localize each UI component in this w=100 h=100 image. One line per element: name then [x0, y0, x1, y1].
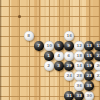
stone-move-number: 6	[68, 54, 71, 58]
white-stone-move-2[interactable]: 2	[44, 61, 53, 70]
stone-move-number: 9	[68, 44, 71, 48]
stone-move-number: 35	[86, 84, 91, 88]
white-stone-move-22[interactable]: 22	[94, 71, 100, 80]
stone-move-number: 33	[76, 94, 81, 98]
grid-line-horizontal	[0, 26, 100, 27]
stone-move-number: 2	[48, 64, 51, 68]
black-stone-move-21[interactable]: 21	[94, 51, 100, 60]
black-stone-move-23[interactable]: 23	[84, 71, 93, 80]
stone-move-number: 22	[96, 74, 100, 78]
black-stone-move-1[interactable]: 1	[44, 51, 53, 60]
stone-move-number: 1	[48, 54, 51, 58]
stone-move-number: 24	[66, 74, 71, 78]
black-stone-move-29[interactable]: 29	[64, 61, 73, 70]
black-stone-move-33[interactable]: 33	[74, 91, 83, 100]
board[interactable]: 1234567891012131415161718192021222324282…	[0, 0, 100, 100]
black-stone-move-15[interactable]: 15	[84, 51, 93, 60]
black-stone-move-5[interactable]: 5	[54, 41, 63, 50]
black-stone-move-35[interactable]: 35	[84, 81, 93, 90]
white-stone-move-6[interactable]: 6	[64, 51, 73, 60]
stone-move-number: 28	[76, 74, 81, 78]
stone-move-number: 13	[86, 44, 91, 48]
grid-line-horizontal	[0, 6, 100, 7]
white-stone-move-18[interactable]: 18	[74, 51, 83, 60]
black-stone-move-31[interactable]: 31	[64, 91, 73, 100]
game-screenshot: 1234567891012131415161718192021222324282…	[0, 0, 100, 100]
stone-move-number: 18	[76, 54, 81, 58]
white-stone-move-10[interactable]: 10	[44, 41, 53, 50]
black-stone-move-19[interactable]: 19	[84, 61, 93, 70]
black-stone-move-13[interactable]: 13	[84, 41, 93, 50]
stone-move-number: 16	[66, 34, 71, 38]
white-stone-move-24[interactable]: 24	[64, 71, 73, 80]
white-stone-move-14[interactable]: 14	[74, 61, 83, 70]
white-stone-move-30[interactable]: 30	[84, 91, 93, 100]
stone-move-number: 36	[76, 84, 81, 88]
stone-move-number: 4	[58, 54, 61, 58]
stone-move-number: 17	[96, 44, 100, 48]
white-stone-move-4[interactable]: 4	[54, 51, 63, 60]
stone-move-number: 29	[66, 64, 71, 68]
grid-line-vertical	[29, 0, 30, 100]
stone-move-number: 19	[86, 64, 91, 68]
grid-line-horizontal	[0, 16, 100, 17]
grid-line-vertical	[9, 0, 10, 100]
black-stone-move-7[interactable]: 7	[34, 41, 43, 50]
stone-move-number: 7	[38, 44, 41, 48]
stone-move-number: 30	[86, 94, 91, 98]
stone-move-number: 23	[86, 74, 91, 78]
white-stone-move-12[interactable]: 12	[74, 41, 83, 50]
black-stone-move-3[interactable]: 3	[54, 61, 63, 70]
stone-move-number: 8	[28, 34, 31, 38]
stone-move-number: 20	[96, 64, 100, 68]
white-stone-move-36[interactable]: 36	[74, 81, 83, 90]
white-stone-move-16[interactable]: 16	[64, 31, 73, 40]
white-stone-move-28[interactable]: 28	[74, 71, 83, 80]
black-stone-move-17[interactable]: 17	[94, 41, 100, 50]
stone-move-number: 5	[58, 44, 61, 48]
stone-move-number: 31	[66, 94, 71, 98]
grid-line-horizontal	[0, 36, 100, 37]
black-stone-move-9[interactable]: 9	[64, 41, 73, 50]
star-point	[18, 15, 21, 18]
stone-move-number: 3	[58, 64, 61, 68]
white-stone-move-8[interactable]: 8	[24, 31, 33, 40]
stone-move-number: 10	[46, 44, 51, 48]
stone-move-number: 12	[76, 44, 81, 48]
stone-move-number: 15	[86, 54, 91, 58]
white-stone-move-20[interactable]: 20	[94, 61, 100, 70]
stone-move-number: 14	[76, 64, 81, 68]
stone-move-number: 21	[96, 54, 100, 58]
